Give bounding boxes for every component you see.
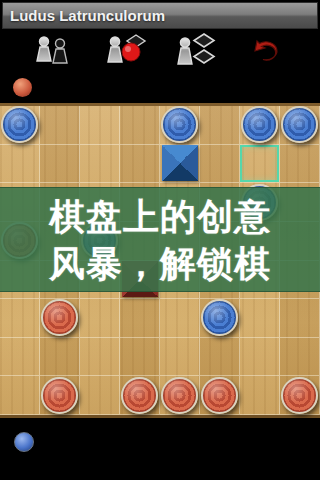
board-cell[interactable] <box>160 338 200 377</box>
blue-piece[interactable] <box>161 106 198 143</box>
board-cell[interactable] <box>200 376 240 415</box>
two-players-icon <box>33 33 75 72</box>
blue-piece[interactable] <box>241 106 278 143</box>
board-cell[interactable] <box>40 145 80 184</box>
two-players-button[interactable] <box>30 32 78 72</box>
blue-dux-pyramid[interactable] <box>162 145 198 181</box>
red-piece[interactable] <box>121 377 158 414</box>
title-bar: Ludus Latrunculorum <box>2 2 318 29</box>
board-cell[interactable] <box>120 376 160 415</box>
blue-turn-indicator <box>14 432 34 452</box>
vs-computer-button[interactable] <box>101 32 149 72</box>
board-cell[interactable] <box>80 338 120 377</box>
board-cell[interactable] <box>160 299 200 338</box>
red-piece[interactable] <box>161 377 198 414</box>
board-cell[interactable] <box>0 106 40 145</box>
board-cell[interactable] <box>40 376 80 415</box>
player-red-disc-icon <box>103 32 147 73</box>
board-cell[interactable] <box>200 106 240 145</box>
board-cell[interactable] <box>120 145 160 184</box>
board-cell[interactable] <box>240 338 280 377</box>
undo-icon <box>249 35 285 70</box>
board-cell[interactable] <box>160 106 200 145</box>
red-piece[interactable] <box>41 299 78 336</box>
player-boards-icon <box>174 32 218 73</box>
board-cell[interactable] <box>120 106 160 145</box>
board-cell[interactable] <box>280 299 320 338</box>
board-cell[interactable] <box>120 338 160 377</box>
blue-piece[interactable] <box>201 299 238 336</box>
board-cell[interactable] <box>200 145 240 184</box>
board-cell[interactable] <box>80 376 120 415</box>
board-cell[interactable] <box>240 106 280 145</box>
toolbar <box>0 30 320 74</box>
banner-text-line1: 棋盘上的创意 <box>49 193 271 240</box>
board-cell[interactable] <box>200 338 240 377</box>
board-cell[interactable] <box>0 338 40 377</box>
board-cell[interactable] <box>240 145 280 184</box>
board-cell[interactable] <box>240 376 280 415</box>
red-piece[interactable] <box>41 377 78 414</box>
board-cell[interactable] <box>80 106 120 145</box>
board-cell[interactable] <box>40 299 80 338</box>
board-cell[interactable] <box>120 299 160 338</box>
bottom-indicator-strip <box>0 418 320 480</box>
red-turn-indicator <box>13 78 32 97</box>
board-cell[interactable] <box>280 338 320 377</box>
red-piece[interactable] <box>281 377 318 414</box>
boards-button[interactable] <box>172 32 220 72</box>
board-cell[interactable] <box>0 299 40 338</box>
board-cell[interactable] <box>280 106 320 145</box>
board-cell[interactable] <box>240 299 280 338</box>
top-indicator-strip <box>0 74 320 103</box>
blue-piece[interactable] <box>281 106 318 143</box>
board-cell[interactable] <box>200 299 240 338</box>
board-cell[interactable] <box>280 145 320 184</box>
undo-button[interactable] <box>243 32 291 72</box>
board-cell[interactable] <box>0 376 40 415</box>
board-cell[interactable] <box>80 145 120 184</box>
board-cell[interactable] <box>40 106 80 145</box>
red-piece[interactable] <box>201 377 238 414</box>
board-cell[interactable] <box>0 145 40 184</box>
promo-banner: 棋盘上的创意 风暴，解锁棋 <box>0 187 320 292</box>
board-cell[interactable] <box>40 338 80 377</box>
banner-text-line2: 风暴，解锁棋 <box>49 240 271 287</box>
board-cell[interactable] <box>80 299 120 338</box>
board-area: 棋盘上的创意 风暴，解锁棋 <box>0 103 320 418</box>
board-cell[interactable] <box>160 145 200 184</box>
board-cell[interactable] <box>280 376 320 415</box>
app-title: Ludus Latrunculorum <box>3 7 165 24</box>
board-cell[interactable] <box>160 376 200 415</box>
blue-piece[interactable] <box>1 106 38 143</box>
